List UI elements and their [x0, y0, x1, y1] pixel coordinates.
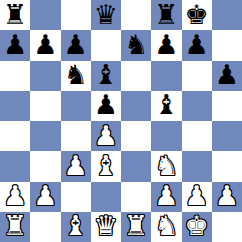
white-rook-a1[interactable]: ♜	[3, 212, 27, 239]
square-b5[interactable]	[30, 91, 60, 121]
square-c6[interactable]: ♞	[61, 61, 91, 91]
square-f7[interactable]: ♟	[151, 30, 181, 60]
white-rook-e1[interactable]: ♜	[124, 212, 148, 239]
square-h7[interactable]	[212, 30, 242, 60]
white-pawn-g2[interactable]: ♟	[185, 182, 209, 209]
square-h8[interactable]	[212, 0, 242, 30]
black-bishop-f5[interactable]: ♝	[154, 91, 178, 118]
white-pawn-h2[interactable]: ♟	[215, 182, 239, 209]
square-g5[interactable]	[182, 91, 212, 121]
square-e4[interactable]	[121, 121, 151, 151]
square-a8[interactable]: ♜	[0, 0, 30, 30]
black-rook-f8[interactable]: ♜	[154, 1, 178, 28]
square-c1[interactable]: ♝	[61, 212, 91, 242]
square-f4[interactable]	[151, 121, 181, 151]
white-pawn-f2[interactable]: ♟	[154, 182, 178, 209]
square-c5[interactable]	[61, 91, 91, 121]
square-e1[interactable]: ♜	[121, 212, 151, 242]
square-a6[interactable]	[0, 61, 30, 91]
square-a7[interactable]: ♟	[0, 30, 30, 60]
white-queen-d1[interactable]: ♛	[94, 212, 118, 239]
square-a3[interactable]	[0, 151, 30, 181]
square-h4[interactable]	[212, 121, 242, 151]
black-pawn-c7[interactable]: ♟	[64, 31, 88, 58]
black-king-g8[interactable]: ♚	[185, 1, 209, 28]
black-bishop-d6[interactable]: ♝	[94, 61, 118, 88]
square-b6[interactable]	[30, 61, 60, 91]
square-a4[interactable]	[0, 121, 30, 151]
black-pawn-h6[interactable]: ♟	[215, 61, 239, 88]
square-h1[interactable]	[212, 212, 242, 242]
chess-board-container: ♜♛♜♚♟♟♟♞♟♟♞♝♟♟♝♟♟♝♞♟♟♟♟♟♜♝♛♜♞♚	[0, 0, 242, 242]
square-b8[interactable]	[30, 0, 60, 30]
square-d7[interactable]	[91, 30, 121, 60]
square-f2[interactable]: ♟	[151, 182, 181, 212]
black-knight-e7[interactable]: ♞	[124, 31, 148, 58]
square-c3[interactable]: ♟	[61, 151, 91, 181]
square-d8[interactable]: ♛	[91, 0, 121, 30]
square-e7[interactable]: ♞	[121, 30, 151, 60]
white-knight-f1[interactable]: ♞	[154, 212, 178, 239]
square-h3[interactable]	[212, 151, 242, 181]
square-e5[interactable]	[121, 91, 151, 121]
square-c4[interactable]	[61, 121, 91, 151]
square-f6[interactable]	[151, 61, 181, 91]
square-g7[interactable]: ♟	[182, 30, 212, 60]
black-pawn-a7[interactable]: ♟	[3, 31, 27, 58]
square-g8[interactable]: ♚	[182, 0, 212, 30]
square-e3[interactable]	[121, 151, 151, 181]
square-b3[interactable]	[30, 151, 60, 181]
square-g3[interactable]	[182, 151, 212, 181]
black-pawn-f7[interactable]: ♟	[154, 31, 178, 58]
black-pawn-b7[interactable]: ♟	[33, 31, 57, 58]
white-bishop-d3[interactable]: ♝	[94, 152, 118, 179]
square-h5[interactable]	[212, 91, 242, 121]
square-f3[interactable]: ♞	[151, 151, 181, 181]
square-e2[interactable]	[121, 182, 151, 212]
white-bishop-c1[interactable]: ♝	[64, 212, 88, 239]
square-c2[interactable]	[61, 182, 91, 212]
black-pawn-d5[interactable]: ♟	[94, 91, 118, 118]
square-d5[interactable]: ♟	[91, 91, 121, 121]
square-h6[interactable]: ♟	[212, 61, 242, 91]
square-b7[interactable]: ♟	[30, 30, 60, 60]
chess-board: ♜♛♜♚♟♟♟♞♟♟♞♝♟♟♝♟♟♝♞♟♟♟♟♟♜♝♛♜♞♚	[0, 0, 242, 242]
square-g6[interactable]	[182, 61, 212, 91]
square-d6[interactable]: ♝	[91, 61, 121, 91]
white-pawn-b2[interactable]: ♟	[33, 182, 57, 209]
square-a1[interactable]: ♜	[0, 212, 30, 242]
square-b1[interactable]	[30, 212, 60, 242]
square-b4[interactable]	[30, 121, 60, 151]
square-g4[interactable]	[182, 121, 212, 151]
square-f1[interactable]: ♞	[151, 212, 181, 242]
square-e6[interactable]	[121, 61, 151, 91]
square-g2[interactable]: ♟	[182, 182, 212, 212]
white-pawn-d4[interactable]: ♟	[94, 122, 118, 149]
square-h2[interactable]: ♟	[212, 182, 242, 212]
black-rook-a8[interactable]: ♜	[3, 1, 27, 28]
square-b2[interactable]: ♟	[30, 182, 60, 212]
square-d1[interactable]: ♛	[91, 212, 121, 242]
black-knight-c6[interactable]: ♞	[64, 61, 88, 88]
square-d4[interactable]: ♟	[91, 121, 121, 151]
white-king-g1[interactable]: ♚	[185, 212, 209, 239]
black-pawn-g7[interactable]: ♟	[185, 31, 209, 58]
white-knight-f3[interactable]: ♞	[154, 152, 178, 179]
square-f8[interactable]: ♜	[151, 0, 181, 30]
white-pawn-a2[interactable]: ♟	[3, 182, 27, 209]
square-c7[interactable]: ♟	[61, 30, 91, 60]
square-c8[interactable]	[61, 0, 91, 30]
square-e8[interactable]	[121, 0, 151, 30]
square-a5[interactable]	[0, 91, 30, 121]
square-f5[interactable]: ♝	[151, 91, 181, 121]
square-d3[interactable]: ♝	[91, 151, 121, 181]
black-queen-d8[interactable]: ♛	[94, 1, 118, 28]
white-pawn-c3[interactable]: ♟	[64, 152, 88, 179]
square-g1[interactable]: ♚	[182, 212, 212, 242]
square-a2[interactable]: ♟	[0, 182, 30, 212]
square-d2[interactable]	[91, 182, 121, 212]
